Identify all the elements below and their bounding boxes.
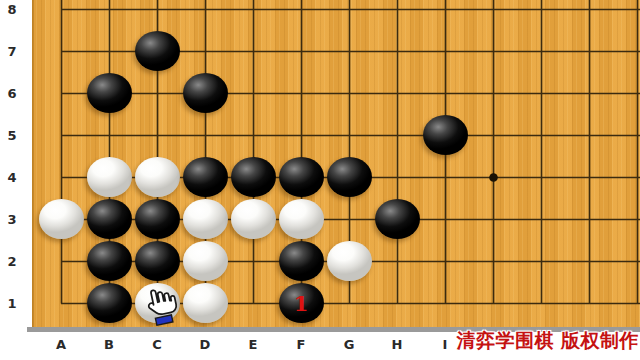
point-M5[interactable] xyxy=(613,114,640,156)
point-E7[interactable] xyxy=(229,30,277,72)
point-L2[interactable] xyxy=(565,240,613,282)
point-D1[interactable] xyxy=(181,282,229,324)
point-K8[interactable] xyxy=(517,0,565,30)
black-stone-B6 xyxy=(87,73,132,113)
point-F2[interactable] xyxy=(277,240,325,282)
column-label-D: D xyxy=(200,337,211,352)
point-E2[interactable] xyxy=(229,240,277,282)
point-M6[interactable] xyxy=(613,72,640,114)
point-K7[interactable] xyxy=(517,30,565,72)
point-F5[interactable] xyxy=(277,114,325,156)
point-M4[interactable] xyxy=(613,156,640,198)
point-F7[interactable] xyxy=(277,30,325,72)
point-C2[interactable] xyxy=(133,240,181,282)
point-C7[interactable] xyxy=(133,30,181,72)
point-C1[interactable] xyxy=(133,282,181,324)
point-H2[interactable] xyxy=(373,240,421,282)
black-stone-B3 xyxy=(87,199,132,239)
point-G6[interactable] xyxy=(325,72,373,114)
row-label-4: 4 xyxy=(7,170,16,185)
point-L3[interactable] xyxy=(565,198,613,240)
point-C3[interactable] xyxy=(133,198,181,240)
point-D2[interactable] xyxy=(181,240,229,282)
point-B7[interactable] xyxy=(85,30,133,72)
column-label-F: F xyxy=(297,337,306,352)
point-G2[interactable] xyxy=(325,240,373,282)
point-I8[interactable] xyxy=(421,0,469,30)
move-number-label: 1 xyxy=(294,293,309,314)
point-M3[interactable] xyxy=(613,198,640,240)
point-L1[interactable] xyxy=(565,282,613,324)
row-label-8: 8 xyxy=(7,2,16,17)
point-I2[interactable] xyxy=(421,240,469,282)
row-label-2: 2 xyxy=(7,254,16,269)
point-D7[interactable] xyxy=(181,30,229,72)
black-stone-D4 xyxy=(183,157,228,197)
point-I5[interactable] xyxy=(421,114,469,156)
column-label-C: C xyxy=(152,337,162,352)
point-E6[interactable] xyxy=(229,72,277,114)
white-stone-G2 xyxy=(327,241,372,281)
point-M7[interactable] xyxy=(613,30,640,72)
black-stone-D6 xyxy=(183,73,228,113)
column-label-A: A xyxy=(56,337,66,352)
point-H6[interactable] xyxy=(373,72,421,114)
point-L4[interactable] xyxy=(565,156,613,198)
point-L8[interactable] xyxy=(565,0,613,30)
point-A6[interactable] xyxy=(37,72,85,114)
point-D4[interactable] xyxy=(181,156,229,198)
point-I7[interactable] xyxy=(421,30,469,72)
point-G3[interactable] xyxy=(325,198,373,240)
white-stone-C4 xyxy=(135,157,180,197)
point-I1[interactable] xyxy=(421,282,469,324)
column-label-I: I xyxy=(443,337,448,352)
black-stone-E4 xyxy=(231,157,276,197)
row-label-6: 6 xyxy=(7,86,16,101)
point-J1[interactable] xyxy=(469,282,517,324)
point-B2[interactable] xyxy=(85,240,133,282)
white-stone-B4 xyxy=(87,157,132,197)
point-K3[interactable] xyxy=(517,198,565,240)
point-E3[interactable] xyxy=(229,198,277,240)
column-label-G: G xyxy=(344,337,355,352)
point-E1[interactable] xyxy=(229,282,277,324)
point-L6[interactable] xyxy=(565,72,613,114)
point-B1[interactable] xyxy=(85,282,133,324)
row-label-3: 3 xyxy=(7,212,16,227)
white-stone-C1 xyxy=(135,283,180,323)
watermark-text: 清弈学围棋 版权制作 xyxy=(456,328,639,354)
point-M2[interactable] xyxy=(613,240,640,282)
white-stone-D1 xyxy=(183,283,228,323)
point-K4[interactable] xyxy=(517,156,565,198)
black-stone-F4 xyxy=(279,157,324,197)
point-G7[interactable] xyxy=(325,30,373,72)
point-B5[interactable] xyxy=(85,114,133,156)
point-H5[interactable] xyxy=(373,114,421,156)
black-stone-I5 xyxy=(423,115,468,155)
point-B8[interactable] xyxy=(85,0,133,30)
point-M1[interactable] xyxy=(613,282,640,324)
white-stone-D3 xyxy=(183,199,228,239)
point-J5[interactable] xyxy=(469,114,517,156)
row-label-7: 7 xyxy=(7,44,16,59)
row-label-5: 5 xyxy=(7,128,16,143)
white-stone-D2 xyxy=(183,241,228,281)
column-label-H: H xyxy=(392,337,403,352)
point-J7[interactable] xyxy=(469,30,517,72)
point-G5[interactable] xyxy=(325,114,373,156)
point-J6[interactable] xyxy=(469,72,517,114)
black-stone-C7 xyxy=(135,31,180,71)
point-I3[interactable] xyxy=(421,198,469,240)
point-C5[interactable] xyxy=(133,114,181,156)
point-M8[interactable] xyxy=(613,0,640,30)
point-F1[interactable]: 1 xyxy=(277,282,325,324)
point-G4[interactable] xyxy=(325,156,373,198)
black-stone-F2 xyxy=(279,241,324,281)
point-J3[interactable] xyxy=(469,198,517,240)
white-stone-F3 xyxy=(279,199,324,239)
point-F4[interactable] xyxy=(277,156,325,198)
point-K1[interactable] xyxy=(517,282,565,324)
column-label-B: B xyxy=(104,337,114,352)
black-stone-B1 xyxy=(87,283,132,323)
point-F8[interactable] xyxy=(277,0,325,30)
go-board: 1 xyxy=(32,0,640,327)
point-E5[interactable] xyxy=(229,114,277,156)
point-E8[interactable] xyxy=(229,0,277,30)
point-A2[interactable] xyxy=(37,240,85,282)
black-stone-H3 xyxy=(375,199,420,239)
point-B4[interactable] xyxy=(85,156,133,198)
point-G1[interactable] xyxy=(325,282,373,324)
point-D8[interactable] xyxy=(181,0,229,30)
point-J8[interactable] xyxy=(469,0,517,30)
point-J4[interactable] xyxy=(469,156,517,198)
board-grid: 1 xyxy=(37,0,640,324)
black-stone-F1: 1 xyxy=(279,283,324,323)
column-label-E: E xyxy=(249,337,258,352)
point-F3[interactable] xyxy=(277,198,325,240)
point-H3[interactable] xyxy=(373,198,421,240)
point-A4[interactable] xyxy=(37,156,85,198)
point-A5[interactable] xyxy=(37,114,85,156)
point-B6[interactable] xyxy=(85,72,133,114)
point-I6[interactable] xyxy=(421,72,469,114)
white-stone-A3 xyxy=(39,199,84,239)
point-F6[interactable] xyxy=(277,72,325,114)
point-J2[interactable] xyxy=(469,240,517,282)
point-H4[interactable] xyxy=(373,156,421,198)
point-A8[interactable] xyxy=(37,0,85,30)
point-L7[interactable] xyxy=(565,30,613,72)
point-D5[interactable] xyxy=(181,114,229,156)
point-C6[interactable] xyxy=(133,72,181,114)
point-A3[interactable] xyxy=(37,198,85,240)
point-A7[interactable] xyxy=(37,30,85,72)
point-L5[interactable] xyxy=(565,114,613,156)
point-H8[interactable] xyxy=(373,0,421,30)
point-I4[interactable] xyxy=(421,156,469,198)
point-C8[interactable] xyxy=(133,0,181,30)
point-D3[interactable] xyxy=(181,198,229,240)
point-G8[interactable] xyxy=(325,0,373,30)
white-stone-E3 xyxy=(231,199,276,239)
point-E4[interactable] xyxy=(229,156,277,198)
black-stone-C2 xyxy=(135,241,180,281)
black-stone-C3 xyxy=(135,199,180,239)
point-C4[interactable] xyxy=(133,156,181,198)
point-D6[interactable] xyxy=(181,72,229,114)
point-H1[interactable] xyxy=(373,282,421,324)
black-stone-B2 xyxy=(87,241,132,281)
point-B3[interactable] xyxy=(85,198,133,240)
row-label-1: 1 xyxy=(7,296,16,311)
point-K2[interactable] xyxy=(517,240,565,282)
point-K6[interactable] xyxy=(517,72,565,114)
point-K5[interactable] xyxy=(517,114,565,156)
point-H7[interactable] xyxy=(373,30,421,72)
go-app-screen: 1 ABCDEFGHI 87654321 清弈学围棋 版权制作 xyxy=(0,0,640,360)
black-stone-G4 xyxy=(327,157,372,197)
point-A1[interactable] xyxy=(37,282,85,324)
